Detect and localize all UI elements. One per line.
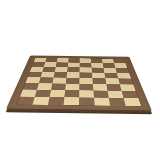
board-grid — [17, 58, 141, 106]
square-h1[interactable] — [124, 98, 142, 106]
square-b1[interactable] — [32, 97, 49, 105]
square-e1[interactable] — [79, 97, 95, 105]
square-c1[interactable] — [48, 97, 64, 105]
chessboard — [6, 0, 154, 111]
board-side-edge — [6, 108, 153, 114]
board-surface — [6, 55, 152, 111]
photo-background — [0, 0, 160, 160]
square-d1[interactable] — [64, 97, 80, 105]
square-f1[interactable] — [94, 98, 110, 106]
